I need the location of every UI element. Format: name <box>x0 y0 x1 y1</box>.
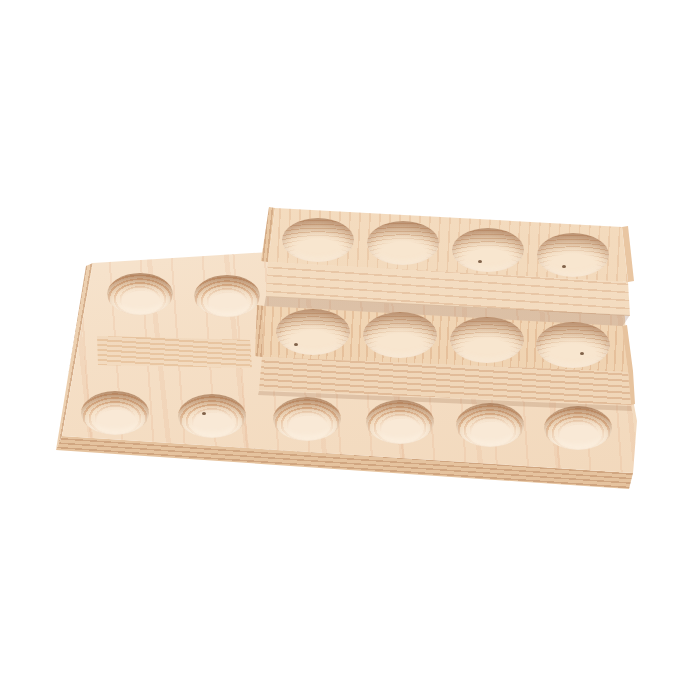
wood-knot <box>294 343 298 346</box>
base-upper-recess-1 <box>107 273 173 315</box>
product-photo-stage <box>0 0 700 700</box>
base-bottom-recess-3 <box>273 397 341 441</box>
top-tier-recess-1 <box>282 218 354 262</box>
top-tier-recess-4 <box>537 233 609 277</box>
wood-knot <box>562 265 566 268</box>
top-tier-recess-2 <box>367 221 439 265</box>
top-tier-recess-3 <box>452 228 524 272</box>
wood-knot <box>580 352 584 355</box>
middle-tier-recess-1 <box>276 309 350 355</box>
wood-knot <box>202 412 206 415</box>
base-bottom-recess-1 <box>81 391 149 435</box>
base-bottom-recess-6 <box>544 406 612 450</box>
base-bottom-recess-2 <box>178 394 246 438</box>
middle-tier-recess-4 <box>536 322 610 368</box>
base-bottom-recess-5 <box>456 403 524 447</box>
base-bottom-recess-4 <box>366 400 434 444</box>
middle-tier-recess-3 <box>450 317 524 363</box>
wood-knot <box>478 260 482 263</box>
middle-tier-recess-2 <box>363 312 437 358</box>
base-upper-recess-2 <box>194 275 260 317</box>
